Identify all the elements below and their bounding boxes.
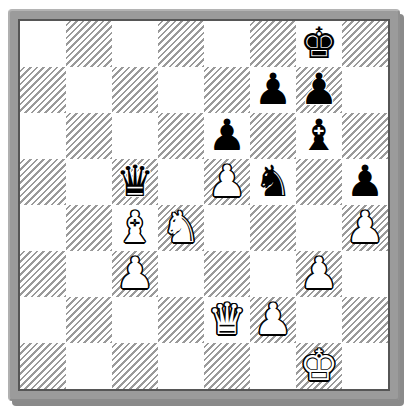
white-pawn: ♟ xyxy=(300,252,339,295)
square-c1[interactable] xyxy=(112,343,158,389)
square-e7[interactable] xyxy=(204,67,250,113)
square-b7[interactable] xyxy=(66,67,112,113)
square-b2[interactable] xyxy=(66,297,112,343)
square-f4[interactable] xyxy=(250,205,296,251)
square-g3[interactable]: ♟ xyxy=(296,251,342,297)
square-d3[interactable] xyxy=(158,251,204,297)
square-d2[interactable] xyxy=(158,297,204,343)
square-c3[interactable]: ♟ xyxy=(112,251,158,297)
square-a6[interactable] xyxy=(20,113,66,159)
white-pawn: ♟ xyxy=(116,252,155,295)
black-knight: ♞ xyxy=(254,160,293,203)
square-d8[interactable] xyxy=(158,21,204,67)
square-c4[interactable]: ♝ xyxy=(112,205,158,251)
square-d1[interactable] xyxy=(158,343,204,389)
square-h1[interactable] xyxy=(342,343,388,389)
square-g7[interactable]: ♟ xyxy=(296,67,342,113)
square-a8[interactable] xyxy=(20,21,66,67)
square-f5[interactable]: ♞ xyxy=(250,159,296,205)
square-d6[interactable] xyxy=(158,113,204,159)
board-frame: ♚♟♟♟♝♛♟♞♟♝♞♟♟♟♛♟♚ xyxy=(8,9,400,401)
square-b6[interactable] xyxy=(66,113,112,159)
white-bishop: ♝ xyxy=(116,206,155,249)
square-a4[interactable] xyxy=(20,205,66,251)
square-d4[interactable]: ♞ xyxy=(158,205,204,251)
white-pawn: ♟ xyxy=(254,298,293,341)
black-queen: ♛ xyxy=(116,160,155,203)
black-pawn: ♟ xyxy=(346,160,385,203)
square-a2[interactable] xyxy=(20,297,66,343)
square-h7[interactable] xyxy=(342,67,388,113)
square-f3[interactable] xyxy=(250,251,296,297)
square-h6[interactable] xyxy=(342,113,388,159)
square-g5[interactable] xyxy=(296,159,342,205)
square-g1[interactable]: ♚ xyxy=(296,343,342,389)
square-e6[interactable]: ♟ xyxy=(204,113,250,159)
square-b1[interactable] xyxy=(66,343,112,389)
black-king: ♚ xyxy=(300,22,339,65)
square-a5[interactable] xyxy=(20,159,66,205)
square-h4[interactable]: ♟ xyxy=(342,205,388,251)
square-g8[interactable]: ♚ xyxy=(296,21,342,67)
square-g4[interactable] xyxy=(296,205,342,251)
white-queen: ♛ xyxy=(208,298,247,341)
black-bishop: ♝ xyxy=(300,114,339,157)
square-e4[interactable] xyxy=(204,205,250,251)
square-c5[interactable]: ♛ xyxy=(112,159,158,205)
square-f2[interactable]: ♟ xyxy=(250,297,296,343)
square-c6[interactable] xyxy=(112,113,158,159)
square-f7[interactable]: ♟ xyxy=(250,67,296,113)
square-h8[interactable] xyxy=(342,21,388,67)
square-f1[interactable] xyxy=(250,343,296,389)
chess-board: ♚♟♟♟♝♛♟♞♟♝♞♟♟♟♛♟♚ xyxy=(18,19,390,391)
square-c2[interactable] xyxy=(112,297,158,343)
square-a1[interactable] xyxy=(20,343,66,389)
square-e2[interactable]: ♛ xyxy=(204,297,250,343)
white-king: ♚ xyxy=(300,344,339,387)
square-h2[interactable] xyxy=(342,297,388,343)
square-e1[interactable] xyxy=(204,343,250,389)
square-b3[interactable] xyxy=(66,251,112,297)
square-f8[interactable] xyxy=(250,21,296,67)
square-e5[interactable]: ♟ xyxy=(204,159,250,205)
square-g6[interactable]: ♝ xyxy=(296,113,342,159)
black-pawn: ♟ xyxy=(300,68,339,111)
square-a7[interactable] xyxy=(20,67,66,113)
square-d7[interactable] xyxy=(158,67,204,113)
square-b8[interactable] xyxy=(66,21,112,67)
square-c7[interactable] xyxy=(112,67,158,113)
square-e3[interactable] xyxy=(204,251,250,297)
square-b5[interactable] xyxy=(66,159,112,205)
square-h5[interactable]: ♟ xyxy=(342,159,388,205)
white-pawn: ♟ xyxy=(208,160,247,203)
square-a3[interactable] xyxy=(20,251,66,297)
white-pawn: ♟ xyxy=(346,206,385,249)
square-h3[interactable] xyxy=(342,251,388,297)
black-pawn: ♟ xyxy=(208,114,247,157)
page: ♚♟♟♟♝♛♟♞♟♝♞♟♟♟♛♟♚ xyxy=(0,0,414,401)
square-b4[interactable] xyxy=(66,205,112,251)
white-knight: ♞ xyxy=(162,206,201,249)
square-d5[interactable] xyxy=(158,159,204,205)
square-c8[interactable] xyxy=(112,21,158,67)
square-e8[interactable] xyxy=(204,21,250,67)
square-f6[interactable] xyxy=(250,113,296,159)
black-pawn: ♟ xyxy=(254,68,293,111)
square-g2[interactable] xyxy=(296,297,342,343)
